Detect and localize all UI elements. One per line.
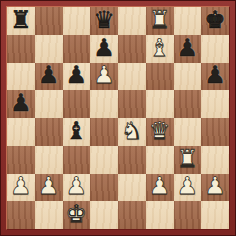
square-b1[interactable] [35,201,63,229]
square-b7[interactable] [35,35,63,63]
square-b4[interactable] [35,118,63,146]
square-e2[interactable] [118,174,146,202]
piece-white-queen[interactable]: ♛ [149,119,171,143]
piece-white-knight[interactable]: ♞ [121,119,143,143]
piece-white-pawn[interactable]: ♟ [66,174,88,198]
square-a5[interactable]: ♟ [7,90,35,118]
square-a2[interactable]: ♟ [7,174,35,202]
piece-black-rook[interactable]: ♜ [10,8,32,32]
square-g4[interactable] [174,118,202,146]
square-e5[interactable] [118,90,146,118]
square-d7[interactable]: ♟ [90,35,118,63]
square-f7[interactable]: ♝ [146,35,174,63]
square-f6[interactable] [146,63,174,91]
piece-white-pawn[interactable]: ♟ [177,174,199,198]
piece-white-rook[interactable]: ♜ [149,8,171,32]
square-c7[interactable] [63,35,91,63]
piece-black-pawn[interactable]: ♟ [177,36,199,60]
square-g2[interactable]: ♟ [174,174,202,202]
piece-white-king[interactable]: ♚ [66,202,88,226]
piece-black-queen[interactable]: ♛ [93,8,115,32]
square-c2[interactable]: ♟ [63,174,91,202]
chess-board: ♜♛♜♚♟♝♟♟♟♟♟♟♝♞♛♜♟♟♟♟♟♟♚ [7,7,229,229]
square-e1[interactable] [118,201,146,229]
square-c1[interactable]: ♚ [63,201,91,229]
piece-white-pawn[interactable]: ♟ [204,174,226,198]
square-h1[interactable] [201,201,229,229]
piece-white-pawn[interactable]: ♟ [149,174,171,198]
square-b3[interactable] [35,146,63,174]
square-c3[interactable] [63,146,91,174]
square-e3[interactable] [118,146,146,174]
piece-white-rook[interactable]: ♜ [177,147,199,171]
square-a7[interactable] [7,35,35,63]
square-d2[interactable] [90,174,118,202]
square-e4[interactable]: ♞ [118,118,146,146]
piece-black-pawn[interactable]: ♟ [10,91,32,115]
square-c8[interactable] [63,7,91,35]
square-d4[interactable] [90,118,118,146]
square-h6[interactable]: ♟ [201,63,229,91]
piece-white-pawn[interactable]: ♟ [10,174,32,198]
piece-white-pawn[interactable]: ♟ [93,63,115,87]
piece-black-pawn[interactable]: ♟ [204,63,226,87]
square-a1[interactable] [7,201,35,229]
piece-white-pawn[interactable]: ♟ [38,174,60,198]
square-f3[interactable] [146,146,174,174]
square-e8[interactable] [118,7,146,35]
square-e7[interactable] [118,35,146,63]
square-h2[interactable]: ♟ [201,174,229,202]
square-g6[interactable] [174,63,202,91]
square-g1[interactable] [174,201,202,229]
square-d8[interactable]: ♛ [90,7,118,35]
square-b8[interactable] [35,7,63,35]
square-d3[interactable] [90,146,118,174]
piece-black-pawn[interactable]: ♟ [38,63,60,87]
square-f4[interactable]: ♛ [146,118,174,146]
piece-black-pawn[interactable]: ♟ [66,63,88,87]
square-a6[interactable] [7,63,35,91]
square-f8[interactable]: ♜ [146,7,174,35]
square-g7[interactable]: ♟ [174,35,202,63]
piece-white-bishop[interactable]: ♝ [149,36,171,60]
square-d6[interactable]: ♟ [90,63,118,91]
piece-black-king[interactable]: ♚ [204,8,226,32]
square-a3[interactable] [7,146,35,174]
square-h3[interactable] [201,146,229,174]
square-g5[interactable] [174,90,202,118]
square-h5[interactable] [201,90,229,118]
square-g8[interactable] [174,7,202,35]
square-d5[interactable] [90,90,118,118]
square-e6[interactable] [118,63,146,91]
square-h4[interactable] [201,118,229,146]
square-a4[interactable] [7,118,35,146]
square-c6[interactable]: ♟ [63,63,91,91]
square-c5[interactable] [63,90,91,118]
square-h8[interactable]: ♚ [201,7,229,35]
square-h7[interactable] [201,35,229,63]
square-f2[interactable]: ♟ [146,174,174,202]
square-f1[interactable] [146,201,174,229]
square-d1[interactable] [90,201,118,229]
piece-black-bishop[interactable]: ♝ [66,119,88,143]
board-frame: ♜♛♜♚♟♝♟♟♟♟♟♟♝♞♛♜♟♟♟♟♟♟♚ [0,0,236,236]
square-b2[interactable]: ♟ [35,174,63,202]
square-a8[interactable]: ♜ [7,7,35,35]
board-frame-highlight: ♜♛♜♚♟♝♟♟♟♟♟♟♝♞♛♜♟♟♟♟♟♟♚ [6,6,230,230]
piece-black-pawn[interactable]: ♟ [93,36,115,60]
square-f5[interactable] [146,90,174,118]
square-c4[interactable]: ♝ [63,118,91,146]
square-b5[interactable] [35,90,63,118]
square-b6[interactable]: ♟ [35,63,63,91]
square-g3[interactable]: ♜ [174,146,202,174]
